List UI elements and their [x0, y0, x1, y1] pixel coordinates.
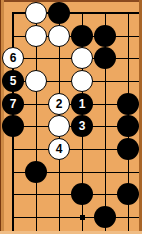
board-edge-bottom — [0, 231, 142, 234]
move-6-stone: 6 — [2, 47, 24, 69]
white-stone — [25, 2, 47, 24]
move-4-stone: 4 — [48, 138, 70, 160]
move-1-stone: 1 — [71, 93, 93, 115]
go-board-diagram: 6572134 — [0, 0, 142, 234]
white-stone — [48, 115, 70, 137]
black-stone — [117, 138, 139, 160]
white-stone — [71, 47, 93, 69]
star-point — [80, 215, 85, 220]
move-2-stone: 2 — [48, 93, 70, 115]
move-3-stone: 3 — [71, 115, 93, 137]
board-edge-right — [139, 0, 142, 234]
move-7-stone: 7 — [2, 93, 24, 115]
black-stone — [117, 183, 139, 205]
black-stone — [94, 25, 116, 47]
black-stone — [71, 183, 93, 205]
white-stone — [71, 70, 93, 92]
white-stone — [25, 25, 47, 47]
black-stone — [94, 206, 116, 228]
board-edge-top — [0, 0, 142, 2]
grid-line-horizontal — [12, 217, 139, 218]
black-stone — [71, 25, 93, 47]
move-5-stone: 5 — [2, 70, 24, 92]
white-stone — [25, 70, 47, 92]
board-edge-left — [0, 0, 4, 234]
black-stone — [2, 115, 24, 137]
black-stone — [94, 47, 116, 69]
black-stone — [25, 161, 47, 183]
white-stone — [48, 25, 70, 47]
black-stone — [117, 115, 139, 137]
black-stone — [48, 2, 70, 24]
black-stone — [117, 93, 139, 115]
